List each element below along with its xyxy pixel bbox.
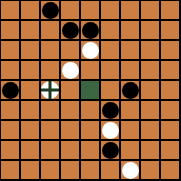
cell-r3c7[interactable] — [120, 40, 140, 60]
white-stone — [102, 122, 119, 139]
cell-r2c5[interactable] — [80, 20, 100, 40]
cell-r6c3[interactable] — [40, 100, 60, 120]
cell-r3c9[interactable] — [160, 40, 180, 60]
cell-r1c4[interactable] — [60, 0, 80, 20]
cross-marker-horizontal — [41, 89, 59, 92]
board — [0, 0, 180, 180]
cell-r3c5[interactable] — [80, 40, 100, 60]
cell-r9c3[interactable] — [40, 160, 60, 180]
cell-r8c9[interactable] — [160, 140, 180, 160]
black-stone — [102, 142, 119, 159]
cell-r1c3[interactable] — [40, 0, 60, 20]
cell-r2c1[interactable] — [0, 20, 20, 40]
black-stone — [102, 102, 119, 119]
cell-r1c8[interactable] — [140, 0, 160, 20]
cell-r2c8[interactable] — [140, 20, 160, 40]
cell-r5c2[interactable] — [20, 80, 40, 100]
cell-r6c4[interactable] — [60, 100, 80, 120]
cell-r1c6[interactable] — [100, 0, 120, 20]
cell-r4c9[interactable] — [160, 60, 180, 80]
cell-r6c2[interactable] — [20, 100, 40, 120]
cell-r4c6[interactable] — [100, 60, 120, 80]
cell-r9c1[interactable] — [0, 160, 20, 180]
cell-r4c8[interactable] — [140, 60, 160, 80]
highlight-square-r5c5[interactable] — [80, 80, 100, 100]
cell-r3c4[interactable] — [60, 40, 80, 60]
cell-r9c6[interactable] — [100, 160, 120, 180]
black-stone — [42, 2, 59, 19]
white-stone — [122, 162, 139, 179]
cell-r8c2[interactable] — [20, 140, 40, 160]
cell-r1c1[interactable] — [0, 0, 20, 20]
cell-r5c4[interactable] — [60, 80, 80, 100]
cell-r9c7[interactable] — [120, 160, 140, 180]
cell-r2c4[interactable] — [60, 20, 80, 40]
cell-r9c2[interactable] — [20, 160, 40, 180]
cell-r7c8[interactable] — [140, 120, 160, 140]
cell-r6c5[interactable] — [80, 100, 100, 120]
cell-r4c7[interactable] — [120, 60, 140, 80]
cell-r2c2[interactable] — [20, 20, 40, 40]
black-stone — [122, 82, 139, 99]
cell-r3c1[interactable] — [0, 40, 20, 60]
cell-r9c5[interactable] — [80, 160, 100, 180]
cell-r7c6[interactable] — [100, 120, 120, 140]
black-stone — [62, 22, 79, 39]
cell-r8c5[interactable] — [80, 140, 100, 160]
cell-r5c6[interactable] — [100, 80, 120, 100]
cell-r5c9[interactable] — [160, 80, 180, 100]
cell-r3c6[interactable] — [100, 40, 120, 60]
white-stone — [62, 62, 79, 79]
cell-r7c5[interactable] — [80, 120, 100, 140]
cell-r3c8[interactable] — [140, 40, 160, 60]
cell-r8c6[interactable] — [100, 140, 120, 160]
cell-r5c7[interactable] — [120, 80, 140, 100]
cell-r3c3[interactable] — [40, 40, 60, 60]
white-stone — [82, 42, 99, 59]
cell-r6c9[interactable] — [160, 100, 180, 120]
cell-r7c9[interactable] — [160, 120, 180, 140]
cell-r8c4[interactable] — [60, 140, 80, 160]
cell-r8c3[interactable] — [40, 140, 60, 160]
white-stone-cross-marked — [41, 81, 59, 99]
cell-r6c7[interactable] — [120, 100, 140, 120]
cell-r6c8[interactable] — [140, 100, 160, 120]
cell-r1c9[interactable] — [160, 0, 180, 20]
cell-r8c8[interactable] — [140, 140, 160, 160]
cell-r7c7[interactable] — [120, 120, 140, 140]
cell-r5c8[interactable] — [140, 80, 160, 100]
cell-r6c1[interactable] — [0, 100, 20, 120]
cell-r7c2[interactable] — [20, 120, 40, 140]
cell-r9c9[interactable] — [160, 160, 180, 180]
cell-r4c1[interactable] — [0, 60, 20, 80]
cell-r3c2[interactable] — [20, 40, 40, 60]
cell-r7c3[interactable] — [40, 120, 60, 140]
cell-r2c3[interactable] — [40, 20, 60, 40]
cell-r1c5[interactable] — [80, 0, 100, 20]
cell-r7c4[interactable] — [60, 120, 80, 140]
cell-r2c6[interactable] — [100, 20, 120, 40]
cell-r8c7[interactable] — [120, 140, 140, 160]
cell-r1c2[interactable] — [20, 0, 40, 20]
cell-r1c7[interactable] — [120, 0, 140, 20]
cell-r6c6[interactable] — [100, 100, 120, 120]
cell-r5c3[interactable] — [40, 80, 60, 100]
cell-r5c1[interactable] — [0, 80, 20, 100]
cell-r4c2[interactable] — [20, 60, 40, 80]
cell-r2c9[interactable] — [160, 20, 180, 40]
cell-r7c1[interactable] — [0, 120, 20, 140]
cell-r4c4[interactable] — [60, 60, 80, 80]
cell-r9c8[interactable] — [140, 160, 160, 180]
cell-r9c4[interactable] — [60, 160, 80, 180]
cell-r2c7[interactable] — [120, 20, 140, 40]
cell-r8c1[interactable] — [0, 140, 20, 160]
black-stone — [2, 82, 19, 99]
cell-r4c5[interactable] — [80, 60, 100, 80]
cell-r4c3[interactable] — [40, 60, 60, 80]
black-stone — [82, 22, 99, 39]
